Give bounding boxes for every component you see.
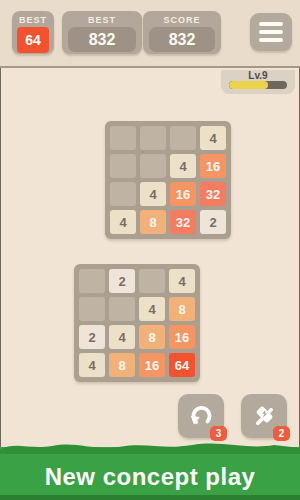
best-score-label: BEST: [88, 15, 116, 25]
board-bottom[interactable]: 244824816481664: [74, 264, 200, 382]
tile-16: 16: [139, 353, 165, 377]
score-panel: SCORE 832: [143, 11, 221, 54]
banner-wave-decoration: [0, 438, 300, 454]
tile-4: 4: [139, 297, 165, 321]
cell-empty: [139, 269, 165, 293]
level-label: Lv.9: [248, 70, 267, 81]
tile-8: 8: [140, 210, 166, 234]
tile-2: 2: [109, 269, 135, 293]
cell-empty: [110, 126, 136, 150]
score-value: 832: [149, 27, 215, 52]
best-score-panel: BEST 832: [62, 11, 142, 54]
level-tab: Lv.9: [221, 70, 295, 94]
menu-button[interactable]: [250, 13, 292, 51]
tile-8: 8: [139, 325, 165, 349]
tile-16: 16: [200, 154, 226, 178]
score-label: SCORE: [163, 15, 200, 25]
undo-button[interactable]: 3: [178, 394, 224, 438]
level-progress-track: [229, 81, 287, 89]
tile-4: 4: [109, 325, 135, 349]
tile-4: 4: [140, 182, 166, 206]
cell-empty: [170, 126, 196, 150]
cell-empty: [140, 126, 166, 150]
tile-4: 4: [79, 353, 105, 377]
tile-32: 32: [170, 210, 196, 234]
app-screen: BEST 64 BEST 832 SCORE 832 Lv.9 44164163…: [0, 0, 300, 500]
tile-4: 4: [170, 154, 196, 178]
tile-8: 8: [169, 297, 195, 321]
best-tile-label: BEST: [19, 15, 47, 25]
cell-empty: [110, 154, 136, 178]
cell-empty: [79, 269, 105, 293]
best-tile-panel: BEST 64: [12, 11, 54, 54]
tile-4: 4: [200, 126, 226, 150]
cell-empty: [140, 154, 166, 178]
tile-64: 64: [169, 353, 195, 377]
cell-empty: [110, 182, 136, 206]
board-top[interactable]: 44164163248322: [105, 121, 231, 239]
tile-4: 4: [169, 269, 195, 293]
header-bar: BEST 64 BEST 832 SCORE 832: [0, 0, 300, 68]
best-tile-value: 64: [17, 27, 49, 53]
best-score-value: 832: [68, 27, 136, 52]
tile-2: 2: [79, 325, 105, 349]
undo-icon: [188, 403, 215, 430]
banner-text: New concept play: [0, 463, 300, 491]
tile-2: 2: [200, 210, 226, 234]
tile-32: 32: [200, 182, 226, 206]
cell-empty: [79, 297, 105, 321]
hammer-button[interactable]: 2: [241, 394, 287, 438]
tile-16: 16: [170, 182, 196, 206]
tile-16: 16: [169, 325, 195, 349]
level-progress-fill: [229, 81, 268, 89]
tile-8: 8: [109, 353, 135, 377]
tile-4: 4: [110, 210, 136, 234]
cell-empty: [109, 297, 135, 321]
hammer-icon: [251, 403, 278, 430]
